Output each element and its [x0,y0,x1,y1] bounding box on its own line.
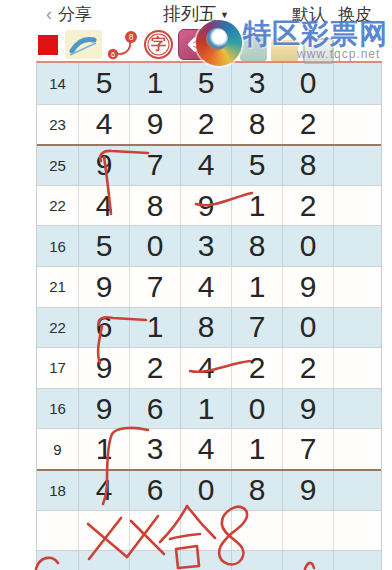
digit-cell: 5 [78,226,129,266]
digit-cell [282,551,333,570]
digit-cell: 9 [78,146,129,185]
period-cell [37,551,78,570]
page-title: 排列五 [163,2,217,26]
digit-cell: 9 [78,389,129,429]
digit-cell: 2 [129,348,180,388]
digit-cell [231,551,282,570]
digit-cell: 0 [231,389,282,429]
empty-cell [333,511,383,551]
digit-cell: 8 [231,471,282,510]
drawing-toolbar: 6 8 字 [0,28,392,61]
digit-cell: 5 [180,63,231,104]
digit-cell: 0 [282,226,333,266]
empty-cell [333,186,383,226]
digit-cell: 4 [78,471,129,510]
period-cell: 23 [37,105,78,145]
empty-cell [333,389,383,429]
table-row: 2197419 [37,266,381,307]
digit-cell: 2 [282,105,333,145]
digit-cell [180,511,231,551]
digit-cell: 4 [180,267,231,307]
digit-cell: 1 [231,429,282,469]
empty-cell [333,471,383,510]
digit-cell: 8 [231,226,282,266]
period-cell: 17 [37,348,78,388]
trend-table: 1451530234928225974582248912165038021974… [36,61,382,570]
digit-cell: 4 [180,146,231,185]
undo-arrow-icon[interactable] [178,29,209,60]
digit-cell [78,551,129,570]
table-row: 1846089 [37,469,381,510]
period-cell: 22 [37,308,78,348]
table-row: 1650380 [37,225,381,266]
digit-cell: 2 [180,105,231,145]
table-row: 1792422 [37,347,381,388]
empty-cell [333,429,383,469]
digit-cell: 8 [231,105,282,145]
digit-cell: 7 [129,146,180,185]
digit-cell: 4 [78,186,129,226]
digit-cell: 7 [129,267,180,307]
digit-cell: 8 [282,146,333,185]
navbar: ‹ 分享 排列五 ▼ 默认 换皮 [0,0,392,28]
digit-cell [129,551,180,570]
empty-cell [333,551,383,570]
table-row: 2597458 [37,144,381,185]
digit-cell: 9 [282,389,333,429]
digit-cell: 8 [129,186,180,226]
digit-cell: 2 [282,186,333,226]
app-screen: ‹ 分享 排列五 ▼ 默认 换皮 6 8 [0,0,392,570]
table-row: 913417 [37,428,381,469]
digit-cell: 7 [231,308,282,348]
digit-cell: 4 [180,348,231,388]
period-cell: 21 [37,267,78,307]
digit-cell: 5 [78,63,129,104]
digit-cell: 0 [129,226,180,266]
digit-cell [282,511,333,551]
digit-cell: 9 [180,186,231,226]
period-cell: 22 [37,186,78,226]
table-row: 2349282 [37,104,381,145]
digit-cell [129,511,180,551]
empty-cell [333,267,383,307]
empty-cell [333,105,383,145]
digit-cell: 9 [78,348,129,388]
digit-cell [180,551,231,570]
table-row: 2248912 [37,185,381,226]
digit-cell: 6 [78,308,129,348]
path-tool-icon[interactable]: 6 8 [106,30,139,60]
digit-cell: 0 [282,63,333,104]
red-color-swatch-icon[interactable] [38,35,58,55]
chevron-down-icon: ▼ [220,10,229,20]
digit-cell: 1 [129,63,180,104]
badge-end: 8 [129,32,134,42]
period-cell [37,511,78,551]
skin-default-button[interactable]: 默认 [292,3,326,26]
digit-cell: 1 [78,429,129,469]
empty-cell [333,348,383,388]
digit-cell: 6 [129,471,180,510]
period-cell: 16 [37,389,78,429]
digit-cell: 0 [282,308,333,348]
badge-start: 6 [111,49,115,58]
digit-cell: 6 [129,389,180,429]
table-row: 1451530 [37,63,381,104]
digit-cell [78,511,129,551]
digit-cell: 8 [180,308,231,348]
digit-cell: 7 [282,429,333,469]
empty-cell [333,146,383,185]
digit-cell: 3 [180,226,231,266]
empty-cell [333,63,383,104]
skin-change-button[interactable]: 换皮 [338,3,372,26]
digit-cell: 1 [129,308,180,348]
empty-cell [333,226,383,266]
digit-cell: 9 [129,105,180,145]
digit-cell: 9 [282,267,333,307]
note-row [37,510,381,551]
digit-cell: 1 [231,186,282,226]
digit-cell: 9 [78,267,129,307]
period-cell: 16 [37,226,78,266]
period-cell: 9 [37,429,78,469]
text-tool-icon[interactable]: 字 [144,30,173,59]
digit-cell: 1 [231,267,282,307]
empty-cell [333,308,383,348]
digit-cell: 4 [78,105,129,145]
digit-cell [231,511,282,551]
digit-cell: 2 [231,348,282,388]
partial-row [37,550,381,570]
digit-cell: 9 [282,471,333,510]
digit-cell: 2 [282,348,333,388]
brush-tool-icon[interactable] [65,30,102,59]
table-row: 1696109 [37,388,381,429]
digit-cell: 4 [180,429,231,469]
period-cell: 14 [37,63,78,104]
digit-cell: 0 [180,471,231,510]
digit-cell: 1 [180,389,231,429]
digit-cell: 5 [231,146,282,185]
period-cell: 18 [37,471,78,510]
period-cell: 25 [37,146,78,185]
table-row: 2261870 [37,307,381,348]
digit-cell: 3 [231,63,282,104]
digit-cell: 3 [129,429,180,469]
